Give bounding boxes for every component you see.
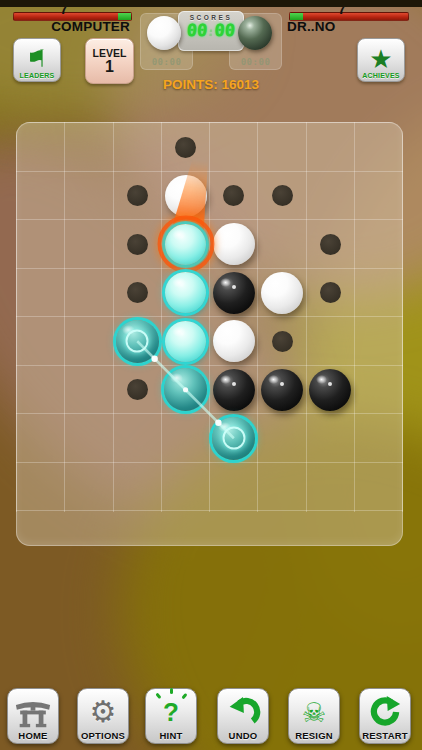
cell-r6c3-dot[interactable] (113, 366, 161, 415)
undo-arrow-icon (225, 694, 261, 730)
ball-glint (172, 277, 186, 288)
ball-glint-small (280, 382, 284, 386)
black-ball (261, 369, 303, 411)
star-icon: ★ (369, 46, 392, 72)
restart-arrow-icon (367, 694, 403, 730)
legal-move-dot (272, 185, 293, 206)
cell-r4c6-white (258, 269, 306, 318)
cell-r4c7-dot[interactable] (306, 269, 354, 318)
hint-target-ring (126, 330, 149, 353)
game-board[interactable] (16, 122, 403, 546)
cell-r3c3-dot[interactable] (113, 220, 161, 269)
question-mark-icon: ? (163, 694, 179, 730)
cell-r4c3-dot[interactable] (113, 269, 161, 318)
computer-player-name: COMPUTER (13, 19, 130, 34)
score-separator: : (207, 25, 215, 39)
options-button[interactable]: ⚙ OPTIONS (77, 688, 129, 744)
white-ball (213, 223, 255, 265)
resign-button-label: RESIGN (295, 730, 333, 741)
legal-move-dot (127, 185, 148, 206)
cell-r6c6-black (258, 366, 306, 415)
opponent-timer: 00:00 (229, 57, 282, 67)
gear-icon: ⚙ (90, 694, 117, 730)
score-right: 00 (214, 20, 236, 40)
top-dark-strip (0, 0, 422, 7)
ball-glint (316, 375, 327, 384)
points-banner: POINTS: 16013 (0, 77, 422, 92)
flag-icon: ⚑ (26, 47, 48, 71)
ball-glint (220, 375, 231, 384)
ball-glint-small (328, 382, 332, 386)
ball-glint (172, 326, 186, 337)
achieves-button[interactable]: ★ ACHIEVES (357, 38, 405, 82)
black-ball (213, 369, 255, 411)
cell-r5c4-cyan (161, 317, 209, 366)
ball-glint (269, 278, 282, 288)
legal-move-dot (127, 282, 148, 303)
scores-panel: SCORES 00:00 (178, 11, 244, 51)
ball-glint (268, 375, 279, 384)
ball-glint (220, 278, 231, 287)
skull-crossbones-icon: ☠ (302, 694, 326, 730)
cyan-ball (165, 272, 206, 313)
cell-r6c5-black (210, 366, 258, 415)
leaders-button[interactable]: ⚑ LEADERS (13, 38, 61, 82)
white-ball (261, 272, 303, 314)
cell-r5c6-dot[interactable] (258, 317, 306, 366)
options-button-label: OPTIONS (81, 730, 125, 741)
last-move-orange-ring (157, 216, 214, 273)
cell-r6c7-black (306, 366, 354, 415)
computer-timer: 00:00 (140, 57, 193, 67)
undo-button-label: UNDO (229, 730, 258, 741)
cell-r6c4-teal (161, 366, 209, 415)
torii-icon (14, 694, 52, 730)
hint-button[interactable]: ? HINT (145, 688, 197, 744)
cell-r7c5-teal (210, 414, 258, 463)
restart-button-label: RESTART (362, 730, 408, 741)
opponent-ball-dark (238, 16, 272, 50)
game-screen: 7 COMPUTER 7 DR..NO ⚑ LEADERS LEVEL 1 ★ … (0, 0, 422, 750)
legal-move-dot (320, 282, 341, 303)
home-button-label: HOME (18, 730, 47, 741)
hint-spark (170, 688, 173, 694)
cell-r2c3-dot[interactable] (113, 172, 161, 221)
board-piece-layer (16, 122, 403, 546)
hint-target-ring (222, 427, 245, 450)
restart-button[interactable]: RESTART (359, 688, 411, 744)
cell-r2c5-dot[interactable] (210, 172, 258, 221)
cyan-ball (165, 321, 206, 362)
hint-spark (181, 692, 187, 698)
ball-glint (221, 229, 234, 239)
black-ball (213, 272, 255, 314)
undo-button[interactable]: UNDO (217, 688, 269, 744)
legal-move-dot (272, 331, 293, 352)
ball-glint (221, 326, 234, 336)
cell-r4c5-black (210, 269, 258, 318)
cell-r3c4-cyan (161, 220, 209, 269)
ball-glint-small (232, 382, 236, 386)
scores-digits: 00:00 (177, 22, 244, 39)
cell-r5c5-white (210, 317, 258, 366)
level-value: 1 (105, 59, 114, 75)
home-button[interactable]: HOME (7, 688, 59, 744)
hint-button-label: HINT (160, 730, 183, 741)
computer-ball-white (147, 16, 181, 50)
cell-r2c6-dot[interactable] (258, 172, 306, 221)
legal-move-dot (320, 234, 341, 255)
legal-move-dot (175, 137, 196, 158)
resign-button[interactable]: ☠ RESIGN (288, 688, 340, 744)
cell-r4c4-cyan (161, 269, 209, 318)
cell-r3c5-white (210, 220, 258, 269)
white-ball (213, 320, 255, 362)
opponent-player-name: DR..NO (287, 19, 335, 34)
legal-move-dot (127, 234, 148, 255)
legal-move-dot (223, 185, 244, 206)
legal-move-dot (127, 379, 148, 400)
cell-r5c3-teal (113, 317, 161, 366)
ball-glint (170, 373, 183, 383)
teal-ball (164, 368, 207, 411)
black-ball (309, 369, 351, 411)
cell-r3c7-dot[interactable] (306, 220, 354, 269)
hint-spark (155, 692, 161, 698)
score-left: 00 (186, 20, 208, 40)
ball-glint-small (232, 285, 236, 289)
